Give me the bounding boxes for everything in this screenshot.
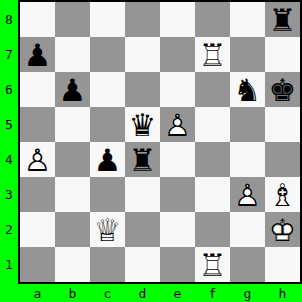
square-g2[interactable] — [230, 212, 265, 247]
square-g3[interactable]: ♟♙ — [230, 177, 265, 212]
square-b4[interactable] — [55, 142, 90, 177]
square-g1[interactable] — [230, 247, 265, 282]
square-b6[interactable]: ♟ — [55, 72, 90, 107]
black-queen-piece[interactable]: ♛ — [125, 107, 160, 142]
square-b7[interactable] — [55, 37, 90, 72]
white-bishop-piece[interactable]: ♝♗ — [265, 177, 300, 212]
square-h3[interactable]: ♝♗ — [265, 177, 300, 212]
square-e8[interactable] — [160, 2, 195, 37]
square-g8[interactable] — [230, 2, 265, 37]
square-f8[interactable] — [195, 2, 230, 37]
rank-label-6: 6 — [0, 72, 18, 107]
square-e4[interactable] — [160, 142, 195, 177]
white-pawn-piece[interactable]: ♟♙ — [230, 177, 265, 212]
square-f7[interactable]: ♜♖ — [195, 37, 230, 72]
rank-label-3: 3 — [0, 177, 18, 212]
piece-outline-glyph: ♙ — [20, 142, 55, 177]
file-labels: abcdefgh — [20, 284, 300, 302]
piece-outline-glyph: ♖ — [195, 247, 230, 282]
square-d6[interactable] — [125, 72, 160, 107]
square-c2[interactable]: ♛♕ — [90, 212, 125, 247]
square-a6[interactable] — [20, 72, 55, 107]
black-pawn-piece[interactable]: ♟ — [55, 72, 90, 107]
square-h2[interactable]: ♚♔ — [265, 212, 300, 247]
square-g4[interactable] — [230, 142, 265, 177]
rank-label-2: 2 — [0, 212, 18, 247]
rank-label-8: 8 — [0, 2, 18, 37]
square-a1[interactable] — [20, 247, 55, 282]
square-a3[interactable] — [20, 177, 55, 212]
white-rook-piece[interactable]: ♜♖ — [195, 37, 230, 72]
file-label-c: c — [90, 284, 125, 302]
white-queen-piece[interactable]: ♛♕ — [90, 212, 125, 247]
square-a8[interactable] — [20, 2, 55, 37]
square-d4[interactable]: ♜ — [125, 142, 160, 177]
square-h5[interactable] — [265, 107, 300, 142]
chessboard-widget: 87654321 ♜♟♜♖♟♞♚♛♟♙♟♙♟♜♟♙♝♗♛♕♚♔♜♖ abcdef… — [0, 0, 302, 302]
square-b1[interactable] — [55, 247, 90, 282]
black-pawn-piece[interactable]: ♟ — [90, 142, 125, 177]
square-c5[interactable] — [90, 107, 125, 142]
square-d5[interactable]: ♛ — [125, 107, 160, 142]
chess-board: ♜♟♜♖♟♞♚♛♟♙♟♙♟♜♟♙♝♗♛♕♚♔♜♖ — [20, 2, 300, 282]
square-g7[interactable] — [230, 37, 265, 72]
square-a7[interactable]: ♟ — [20, 37, 55, 72]
square-h1[interactable] — [265, 247, 300, 282]
square-c8[interactable] — [90, 2, 125, 37]
square-h4[interactable] — [265, 142, 300, 177]
piece-outline-glyph: ♙ — [160, 107, 195, 142]
black-rook-piece[interactable]: ♜ — [125, 142, 160, 177]
square-e2[interactable] — [160, 212, 195, 247]
file-label-d: d — [125, 284, 160, 302]
file-label-a: a — [20, 284, 55, 302]
square-g6[interactable]: ♞ — [230, 72, 265, 107]
rank-label-1: 1 — [0, 247, 18, 282]
piece-outline-glyph: ♔ — [265, 212, 300, 247]
square-e5[interactable]: ♟♙ — [160, 107, 195, 142]
white-king-piece[interactable]: ♚♔ — [265, 212, 300, 247]
square-e6[interactable] — [160, 72, 195, 107]
square-d2[interactable] — [125, 212, 160, 247]
square-c7[interactable] — [90, 37, 125, 72]
square-a5[interactable] — [20, 107, 55, 142]
square-h6[interactable]: ♚ — [265, 72, 300, 107]
square-c3[interactable] — [90, 177, 125, 212]
square-f2[interactable] — [195, 212, 230, 247]
black-knight-piece[interactable]: ♞ — [230, 72, 265, 107]
square-f3[interactable] — [195, 177, 230, 212]
square-h7[interactable] — [265, 37, 300, 72]
white-rook-piece[interactable]: ♜♖ — [195, 247, 230, 282]
square-b2[interactable] — [55, 212, 90, 247]
square-a2[interactable] — [20, 212, 55, 247]
black-pawn-piece[interactable]: ♟ — [20, 37, 55, 72]
square-b3[interactable] — [55, 177, 90, 212]
white-pawn-piece[interactable]: ♟♙ — [20, 142, 55, 177]
file-label-g: g — [230, 284, 265, 302]
square-e1[interactable] — [160, 247, 195, 282]
square-c6[interactable] — [90, 72, 125, 107]
square-c1[interactable] — [90, 247, 125, 282]
black-rook-piece[interactable]: ♜ — [265, 2, 300, 37]
square-d8[interactable] — [125, 2, 160, 37]
square-d3[interactable] — [125, 177, 160, 212]
square-f1[interactable]: ♜♖ — [195, 247, 230, 282]
square-c4[interactable]: ♟ — [90, 142, 125, 177]
square-h8[interactable]: ♜ — [265, 2, 300, 37]
piece-outline-glyph: ♗ — [265, 177, 300, 212]
file-label-e: e — [160, 284, 195, 302]
square-b8[interactable] — [55, 2, 90, 37]
file-label-b: b — [55, 284, 90, 302]
board-frame: ♜♟♜♖♟♞♚♛♟♙♟♙♟♜♟♙♝♗♛♕♚♔♜♖ — [18, 0, 302, 284]
black-king-piece[interactable]: ♚ — [265, 72, 300, 107]
square-a4[interactable]: ♟♙ — [20, 142, 55, 177]
square-b5[interactable] — [55, 107, 90, 142]
rank-label-7: 7 — [0, 37, 18, 72]
square-d1[interactable] — [125, 247, 160, 282]
piece-outline-glyph: ♙ — [230, 177, 265, 212]
square-e7[interactable] — [160, 37, 195, 72]
square-f4[interactable] — [195, 142, 230, 177]
square-f5[interactable] — [195, 107, 230, 142]
square-g5[interactable] — [230, 107, 265, 142]
piece-outline-glyph: ♖ — [195, 37, 230, 72]
piece-outline-glyph: ♕ — [90, 212, 125, 247]
square-f6[interactable] — [195, 72, 230, 107]
file-label-h: h — [265, 284, 300, 302]
square-e3[interactable] — [160, 177, 195, 212]
rank-label-4: 4 — [0, 142, 18, 177]
white-pawn-piece[interactable]: ♟♙ — [160, 107, 195, 142]
file-label-f: f — [195, 284, 230, 302]
rank-labels: 87654321 — [0, 2, 18, 282]
rank-label-5: 5 — [0, 107, 18, 142]
square-d7[interactable] — [125, 37, 160, 72]
